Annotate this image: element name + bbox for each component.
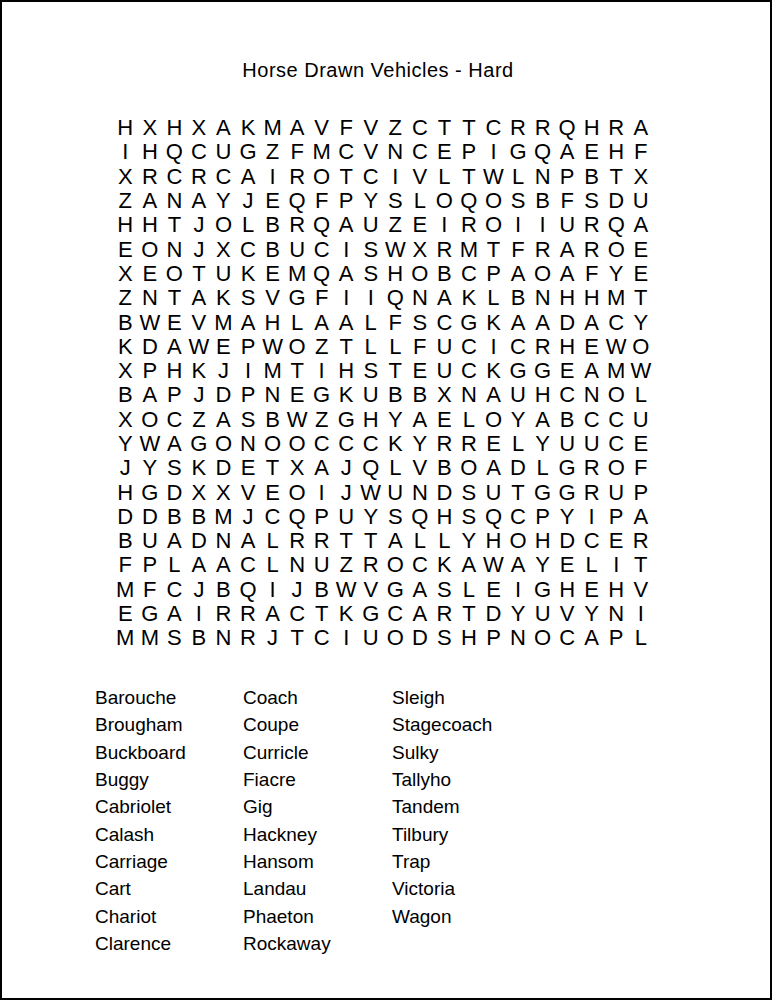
grid-cell: A (138, 383, 163, 407)
grid-cell: Y (138, 456, 163, 480)
grid-cell: A (187, 553, 212, 577)
word-item: Landau (243, 875, 392, 902)
grid-cell: A (138, 189, 163, 213)
word-list: BaroucheBroughamBuckboardBuggyCabrioletC… (95, 684, 552, 957)
grid-cell: M (113, 626, 138, 650)
grid-cell: T (383, 359, 408, 383)
grid-cell: Z (334, 553, 359, 577)
grid-cell: R (236, 626, 261, 650)
word-item: Victoria (392, 875, 552, 902)
grid-cell: A (236, 529, 261, 553)
grid-cell: G (506, 140, 531, 164)
grid-cell: T (506, 480, 531, 504)
grid-cell: H (579, 116, 604, 140)
grid-cell: Z (187, 408, 212, 432)
grid-cell: O (408, 262, 433, 286)
grid-cell: T (285, 626, 310, 650)
grid-cell: C (604, 432, 629, 456)
grid-cell: E (211, 335, 236, 359)
grid-cell: O (481, 189, 506, 213)
grid-cell: L (628, 383, 653, 407)
grid-cell: L (432, 529, 457, 553)
grid-cell: U (309, 553, 334, 577)
grid-cell: L (285, 310, 310, 334)
grid-cell: H (138, 213, 163, 237)
grid-cell: P (162, 383, 187, 407)
grid-cell: F (408, 335, 433, 359)
grid-cell: V (187, 310, 212, 334)
grid-cell: C (358, 432, 383, 456)
grid-cell: U (530, 602, 555, 626)
word-item: Hansom (243, 848, 392, 875)
grid-cell: Y (506, 602, 531, 626)
grid-cell: E (628, 432, 653, 456)
grid-cell: M (604, 286, 629, 310)
grid-cell: U (432, 335, 457, 359)
grid-cell: H (113, 116, 138, 140)
grid-cell: F (138, 578, 163, 602)
grid-cell: T (285, 359, 310, 383)
grid-cell: R (530, 116, 555, 140)
grid-cell: I (358, 286, 383, 310)
grid-cell: R (579, 480, 604, 504)
grid-cell: E (432, 140, 457, 164)
grid-cell: X (285, 456, 310, 480)
grid-cell: F (628, 456, 653, 480)
grid-cell: I (383, 165, 408, 189)
grid-cell: L (506, 432, 531, 456)
grid-cell: S (506, 189, 531, 213)
grid-cell: A (260, 602, 285, 626)
word-item: Gig (243, 793, 392, 820)
grid-cell: S (383, 505, 408, 529)
grid-cell: Y (579, 602, 604, 626)
word-item: Sulky (392, 739, 552, 766)
grid-cell: Y (358, 189, 383, 213)
grid-cell: J (236, 505, 261, 529)
grid-cell: G (506, 359, 531, 383)
grid-cell: C (334, 140, 359, 164)
grid-cell: Y (530, 432, 555, 456)
grid-cell: I (309, 480, 334, 504)
grid-cell: C (481, 116, 506, 140)
grid-cell: O (383, 626, 408, 650)
grid-cell: S (383, 189, 408, 213)
grid-cell: I (481, 140, 506, 164)
grid-cell: Y (211, 189, 236, 213)
grid-cell: P (481, 626, 506, 650)
grid-cell: F (334, 116, 359, 140)
grid-cell: T (260, 456, 285, 480)
grid-cell: A (555, 237, 580, 261)
grid-cell: U (358, 383, 383, 407)
grid-cell: Z (113, 286, 138, 310)
grid-cell: M (260, 116, 285, 140)
grid-cell: L (432, 165, 457, 189)
grid-cell: R (138, 165, 163, 189)
grid-cell: C (457, 335, 482, 359)
word-item: Tilbury (392, 821, 552, 848)
grid-cell: U (211, 140, 236, 164)
grid-cell: O (383, 553, 408, 577)
word-item: Tandem (392, 793, 552, 820)
grid-cell: S (236, 408, 261, 432)
grid-cell: N (530, 165, 555, 189)
puzzle-title: Horse Drawn Vehicles - Hard (2, 59, 754, 82)
grid-cell: R (211, 602, 236, 626)
grid-cell: C (285, 602, 310, 626)
grid-cell: E (604, 529, 629, 553)
grid-cell: U (211, 262, 236, 286)
grid-cell: P (236, 383, 261, 407)
grid-cell: J (187, 237, 212, 261)
grid-cell: O (530, 262, 555, 286)
grid-cell: L (457, 578, 482, 602)
grid-cell: H (555, 335, 580, 359)
grid-cell: R (506, 116, 531, 140)
grid-cell: F (579, 262, 604, 286)
grid-cell: A (628, 116, 653, 140)
grid-cell: K (481, 359, 506, 383)
grid-cell: A (481, 456, 506, 480)
grid-cell: S (579, 189, 604, 213)
grid-cell: V (236, 480, 261, 504)
grid-cell: N (162, 237, 187, 261)
grid-cell: L (383, 456, 408, 480)
grid-cell: D (138, 505, 163, 529)
grid-cell: T (162, 286, 187, 310)
grid-cell: R (432, 602, 457, 626)
grid-cell: Y (604, 262, 629, 286)
grid-cell: X (138, 116, 163, 140)
grid-cell: C (334, 432, 359, 456)
grid-cell: R (457, 213, 482, 237)
word-item: Coupe (243, 711, 392, 738)
grid-cell: K (334, 383, 359, 407)
grid-cell: W (334, 578, 359, 602)
grid-cell: N (408, 286, 433, 310)
grid-cell: E (579, 335, 604, 359)
grid-cell: M (309, 140, 334, 164)
grid-cell: I (309, 359, 334, 383)
grid-cell: E (555, 359, 580, 383)
grid-cell: E (408, 213, 433, 237)
grid-cell: S (408, 310, 433, 334)
grid-cell: X (113, 359, 138, 383)
grid-cell: A (432, 286, 457, 310)
grid-cell: V (358, 140, 383, 164)
grid-cell: H (530, 529, 555, 553)
grid-cell: H (113, 213, 138, 237)
grid-cell: G (187, 432, 212, 456)
grid-cell: H (457, 626, 482, 650)
grid-cell: X (628, 165, 653, 189)
grid-cell: Q (481, 505, 506, 529)
grid-cell: U (383, 480, 408, 504)
grid-cell: Z (113, 189, 138, 213)
grid-cell: I (530, 213, 555, 237)
grid-cell: A (506, 310, 531, 334)
grid-cell: E (285, 383, 310, 407)
grid-cell: O (530, 626, 555, 650)
grid-cell: B (506, 286, 531, 310)
grid-cell: O (457, 456, 482, 480)
grid-cell: Y (383, 408, 408, 432)
grid-cell: K (236, 116, 261, 140)
grid-cell: Q (530, 140, 555, 164)
grid-cell: R (187, 165, 212, 189)
grid-cell: P (555, 165, 580, 189)
grid-cell: L (236, 213, 261, 237)
grid-cell: C (211, 165, 236, 189)
grid-cell: G (138, 602, 163, 626)
grid-cell: C (162, 408, 187, 432)
grid-cell: N (408, 480, 433, 504)
grid-cell: U (138, 529, 163, 553)
grid-cell: S (457, 505, 482, 529)
grid-cell: C (309, 237, 334, 261)
grid-cell: Q (604, 213, 629, 237)
grid-cell: W (481, 553, 506, 577)
grid-cell: E (481, 578, 506, 602)
grid-cell: O (285, 480, 310, 504)
grid-cell: F (628, 140, 653, 164)
grid-cell: I (113, 140, 138, 164)
grid-cell: R (579, 213, 604, 237)
grid-cell: U (358, 626, 383, 650)
grid-cell: R (236, 602, 261, 626)
grid-cell: D (432, 480, 457, 504)
grid-cell: A (579, 310, 604, 334)
grid-cell: B (211, 578, 236, 602)
grid-cell: B (530, 189, 555, 213)
grid-cell: S (358, 237, 383, 261)
grid-cell: J (285, 578, 310, 602)
grid-cell: R (604, 116, 629, 140)
grid-cell: L (260, 553, 285, 577)
grid-cell: M (457, 237, 482, 261)
grid-cell: E (579, 140, 604, 164)
grid-cell: P (138, 553, 163, 577)
grid-cell: E (113, 602, 138, 626)
grid-cell: T (628, 286, 653, 310)
grid-cell: G (285, 286, 310, 310)
grid-cell: Q (383, 286, 408, 310)
grid-cell: H (138, 140, 163, 164)
grid-cell: L (408, 529, 433, 553)
word-item: Clarence (95, 930, 243, 957)
grid-cell: S (432, 626, 457, 650)
grid-cell: R (432, 432, 457, 456)
grid-cell: U (334, 505, 359, 529)
grid-cell: H (260, 310, 285, 334)
grid-cell: E (432, 408, 457, 432)
grid-cell: A (211, 408, 236, 432)
grid-cell: Y (530, 553, 555, 577)
grid-cell: C (187, 140, 212, 164)
grid-cell: P (530, 505, 555, 529)
grid-cell: V (408, 456, 433, 480)
grid-cell: H (334, 359, 359, 383)
grid-cell: S (358, 359, 383, 383)
grid-cell: T (334, 165, 359, 189)
grid-cell: N (260, 383, 285, 407)
grid-cell: K (236, 262, 261, 286)
grid-cell: T (457, 165, 482, 189)
grid-cell: Z (309, 408, 334, 432)
grid-cell: O (432, 189, 457, 213)
grid-cell: P (604, 505, 629, 529)
grid-cell: Y (408, 432, 433, 456)
grid-cell: O (506, 529, 531, 553)
grid-cell: V (358, 116, 383, 140)
grid-cell: Y (555, 505, 580, 529)
grid-cell: J (260, 626, 285, 650)
grid-cell: E (113, 237, 138, 261)
grid-cell: R (579, 237, 604, 261)
grid-cell: O (481, 408, 506, 432)
grid-cell: V (309, 116, 334, 140)
grid-cell: I (334, 626, 359, 650)
grid-cell: W (138, 432, 163, 456)
grid-cell: P (604, 626, 629, 650)
grid-cell: C (309, 626, 334, 650)
grid-cell: N (604, 602, 629, 626)
grid-cell: Y (358, 505, 383, 529)
grid-cell: Z (309, 335, 334, 359)
grid-cell: H (579, 286, 604, 310)
grid-cell: U (628, 408, 653, 432)
grid-cell: T (162, 213, 187, 237)
grid-cell: L (481, 286, 506, 310)
grid-cell: J (113, 456, 138, 480)
grid-cell: G (358, 602, 383, 626)
grid-cell: I (260, 165, 285, 189)
grid-cell: I (260, 578, 285, 602)
grid-cell: D (113, 505, 138, 529)
grid-cell: Y (506, 408, 531, 432)
word-item: Barouche (95, 684, 243, 711)
grid-cell: U (506, 383, 531, 407)
puzzle-page: Horse Drawn Vehicles - Hard HXHXAKMAVFVZ… (0, 0, 772, 1000)
grid-cell: L (162, 553, 187, 577)
grid-cell: J (187, 578, 212, 602)
grid-cell: B (579, 165, 604, 189)
word-list-column: SleighStagecoachSulkyTallyhoTandemTilbur… (392, 684, 552, 957)
grid-cell: C (260, 505, 285, 529)
grid-cell: Z (383, 213, 408, 237)
grid-cell: A (530, 310, 555, 334)
grid-cell: K (334, 602, 359, 626)
word-item: Tallyho (392, 766, 552, 793)
grid-cell: W (383, 237, 408, 261)
grid-cell: F (113, 553, 138, 577)
grid-cell: C (457, 359, 482, 383)
grid-cell: Q (162, 140, 187, 164)
word-item: Coach (243, 684, 392, 711)
grid-cell: A (162, 602, 187, 626)
grid-cell: G (555, 480, 580, 504)
grid-cell: T (457, 116, 482, 140)
word-item: Hackney (243, 821, 392, 848)
grid-cell: A (334, 213, 359, 237)
grid-cell: B (383, 383, 408, 407)
grid-cell: R (628, 529, 653, 553)
grid-cell: G (530, 359, 555, 383)
grid-cell: X (211, 480, 236, 504)
grid-cell: A (162, 335, 187, 359)
word-item: Wagon (392, 903, 552, 930)
word-item: Calash (95, 821, 243, 848)
grid-cell: P (457, 140, 482, 164)
grid-cell: T (309, 602, 334, 626)
grid-cell: Q (309, 213, 334, 237)
grid-cell: A (555, 262, 580, 286)
grid-cell: J (236, 189, 261, 213)
grid-cell: I (187, 602, 212, 626)
grid-cell: C (408, 116, 433, 140)
word-item: Phaeton (243, 903, 392, 930)
grid-cell: L (628, 626, 653, 650)
grid-cell: Q (457, 189, 482, 213)
grid-cell: N (457, 383, 482, 407)
grid-cell: A (187, 189, 212, 213)
grid-cell: S (162, 626, 187, 650)
grid-cell: I (334, 286, 359, 310)
grid-cell: F (506, 237, 531, 261)
grid-cell: C (604, 310, 629, 334)
grid-cell: U (555, 432, 580, 456)
grid-cell: D (138, 335, 163, 359)
grid-cell: Q (555, 116, 580, 140)
grid-cell: W (187, 335, 212, 359)
grid-cell: G (457, 310, 482, 334)
grid-cell: O (138, 237, 163, 261)
grid-cell: O (211, 213, 236, 237)
grid-cell: W (260, 335, 285, 359)
grid-cell: A (162, 432, 187, 456)
grid-cell: U (432, 359, 457, 383)
grid-cell: M (260, 359, 285, 383)
grid-cell: V (408, 165, 433, 189)
grid-cell: H (481, 529, 506, 553)
grid-cell: E (260, 189, 285, 213)
grid-cell: A (408, 602, 433, 626)
grid-cell: N (285, 553, 310, 577)
grid-cell: P (628, 480, 653, 504)
grid-cell: N (211, 529, 236, 553)
grid-cell: Y (628, 310, 653, 334)
grid-cell: T (334, 335, 359, 359)
grid-cell: X (187, 480, 212, 504)
grid-cell: R (457, 432, 482, 456)
grid-cell: E (555, 553, 580, 577)
grid-cell: R (579, 456, 604, 480)
word-item: Buckboard (95, 739, 243, 766)
grid-cell: C (506, 335, 531, 359)
grid-cell: H (604, 140, 629, 164)
grid-cell: F (383, 310, 408, 334)
grid-cell: R (309, 529, 334, 553)
grid-cell: L (358, 310, 383, 334)
word-item: Buggy (95, 766, 243, 793)
grid-cell: A (162, 529, 187, 553)
grid-cell: W (628, 359, 653, 383)
grid-cell: O (481, 213, 506, 237)
grid-cell: H (555, 286, 580, 310)
grid-cell: Q (408, 505, 433, 529)
grid-cell: C (309, 432, 334, 456)
